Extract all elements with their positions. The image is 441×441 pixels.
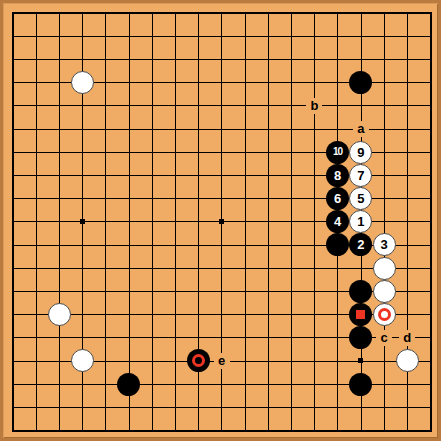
intersection <box>117 117 140 140</box>
intersection <box>1 25 24 48</box>
intersection <box>71 303 94 326</box>
intersection <box>25 233 48 256</box>
intersection <box>187 164 210 187</box>
point-label-c: c <box>376 330 392 346</box>
intersection <box>48 117 71 140</box>
intersection <box>164 256 187 279</box>
white-stone-move-5: 5 <box>349 187 372 210</box>
intersection <box>233 71 256 94</box>
intersection <box>349 71 372 94</box>
intersection <box>210 326 233 349</box>
black-stone-move-8: 8 <box>326 164 349 187</box>
white-stone <box>373 280 396 303</box>
intersection <box>117 372 140 395</box>
intersection <box>25 117 48 140</box>
intersection <box>326 256 349 279</box>
intersection <box>94 187 117 210</box>
intersection <box>1 326 24 349</box>
black-stone-square-marked <box>349 303 372 326</box>
intersection <box>372 1 395 24</box>
intersection <box>25 256 48 279</box>
black-stone-move-2: 2 <box>349 233 372 256</box>
intersection <box>419 326 441 349</box>
intersection <box>117 94 140 117</box>
intersection <box>233 164 256 187</box>
intersection <box>326 326 349 349</box>
intersection <box>164 187 187 210</box>
intersection <box>71 25 94 48</box>
intersection <box>187 210 210 233</box>
intersection <box>419 164 441 187</box>
intersection <box>117 326 140 349</box>
intersection <box>1 419 24 441</box>
intersection <box>210 164 233 187</box>
intersection <box>396 48 419 71</box>
intersection <box>117 164 140 187</box>
intersection <box>210 117 233 140</box>
intersection: 5 <box>349 187 372 210</box>
intersection <box>71 117 94 140</box>
intersection <box>48 210 71 233</box>
intersection <box>303 372 326 395</box>
intersection <box>396 372 419 395</box>
intersection <box>256 303 279 326</box>
intersection <box>94 71 117 94</box>
intersection <box>303 326 326 349</box>
intersection <box>164 117 187 140</box>
intersection <box>396 280 419 303</box>
intersection <box>1 303 24 326</box>
intersection <box>372 372 395 395</box>
intersection <box>164 280 187 303</box>
intersection <box>256 233 279 256</box>
white-stone <box>71 349 94 372</box>
intersection <box>210 233 233 256</box>
intersection <box>117 71 140 94</box>
intersection <box>1 94 24 117</box>
intersection <box>94 256 117 279</box>
intersection <box>233 25 256 48</box>
intersection <box>372 25 395 48</box>
intersection <box>280 1 303 24</box>
intersection: 4 <box>326 210 349 233</box>
intersection: 7 <box>349 164 372 187</box>
intersection <box>326 372 349 395</box>
intersection <box>94 349 117 372</box>
intersection <box>280 233 303 256</box>
intersection <box>187 233 210 256</box>
intersection <box>141 187 164 210</box>
intersection <box>164 48 187 71</box>
intersection <box>48 1 71 24</box>
white-stone <box>373 257 396 280</box>
intersection <box>280 256 303 279</box>
intersection <box>94 280 117 303</box>
intersection <box>396 164 419 187</box>
intersection <box>303 256 326 279</box>
intersection <box>326 303 349 326</box>
intersection <box>164 233 187 256</box>
intersection <box>349 419 372 441</box>
intersection <box>303 419 326 441</box>
intersection <box>94 25 117 48</box>
intersection <box>256 372 279 395</box>
intersection <box>419 280 441 303</box>
intersection <box>349 303 372 326</box>
intersection <box>164 71 187 94</box>
intersection <box>1 349 24 372</box>
intersection <box>419 419 441 441</box>
intersection <box>94 210 117 233</box>
intersection <box>280 25 303 48</box>
black-stone-move-6: 6 <box>326 187 349 210</box>
intersection <box>71 187 94 210</box>
intersection <box>303 164 326 187</box>
point-label-b: b <box>306 98 322 114</box>
intersection <box>141 117 164 140</box>
intersection <box>326 349 349 372</box>
intersection <box>48 71 71 94</box>
intersection <box>48 419 71 441</box>
intersection <box>233 256 256 279</box>
intersection <box>25 71 48 94</box>
intersection <box>210 187 233 210</box>
intersection <box>419 233 441 256</box>
intersection <box>349 25 372 48</box>
intersection <box>233 48 256 71</box>
intersection <box>303 117 326 140</box>
intersection <box>326 396 349 419</box>
intersection <box>25 349 48 372</box>
white-stone-move-7: 7 <box>349 164 372 187</box>
intersection <box>349 256 372 279</box>
intersection <box>256 326 279 349</box>
intersection <box>210 280 233 303</box>
intersection: 3 <box>372 233 395 256</box>
intersection <box>1 233 24 256</box>
intersection <box>117 233 140 256</box>
intersection <box>396 233 419 256</box>
intersection <box>117 141 140 164</box>
intersection <box>396 94 419 117</box>
intersection <box>117 256 140 279</box>
intersection <box>48 280 71 303</box>
white-stone <box>396 349 419 372</box>
intersection <box>71 210 94 233</box>
intersection <box>141 280 164 303</box>
intersection <box>396 1 419 24</box>
intersection <box>141 164 164 187</box>
intersection <box>187 94 210 117</box>
intersection <box>349 396 372 419</box>
intersection <box>25 303 48 326</box>
white-stone <box>71 71 94 94</box>
intersection <box>396 187 419 210</box>
intersection <box>303 141 326 164</box>
intersection <box>117 1 140 24</box>
intersection <box>48 94 71 117</box>
intersection <box>372 94 395 117</box>
intersection <box>1 187 24 210</box>
intersection <box>1 396 24 419</box>
intersection <box>94 326 117 349</box>
star-point <box>358 358 363 363</box>
intersection <box>256 210 279 233</box>
intersection <box>48 256 71 279</box>
intersection <box>1 71 24 94</box>
intersection <box>280 141 303 164</box>
intersection <box>187 117 210 140</box>
intersection <box>25 210 48 233</box>
intersection <box>349 372 372 395</box>
intersection <box>372 141 395 164</box>
board-cells: ba10987654123cde <box>1 1 441 441</box>
intersection <box>141 419 164 441</box>
intersection <box>349 94 372 117</box>
intersection <box>48 326 71 349</box>
intersection <box>1 1 24 24</box>
intersection <box>210 303 233 326</box>
intersection <box>280 210 303 233</box>
intersection: 2 <box>349 233 372 256</box>
intersection <box>187 256 210 279</box>
intersection <box>164 349 187 372</box>
intersection <box>117 187 140 210</box>
intersection <box>419 117 441 140</box>
intersection <box>187 326 210 349</box>
circle-mark-icon <box>378 308 391 321</box>
intersection <box>326 1 349 24</box>
intersection <box>233 280 256 303</box>
intersection <box>419 349 441 372</box>
intersection <box>71 48 94 71</box>
intersection <box>141 25 164 48</box>
intersection <box>25 94 48 117</box>
intersection <box>256 117 279 140</box>
intersection <box>419 1 441 24</box>
intersection <box>256 164 279 187</box>
point-label-a: a <box>353 121 369 137</box>
intersection <box>419 303 441 326</box>
intersection: c <box>372 326 395 349</box>
intersection <box>164 396 187 419</box>
intersection: 10 <box>326 141 349 164</box>
intersection <box>164 164 187 187</box>
intersection <box>25 419 48 441</box>
intersection <box>396 419 419 441</box>
intersection <box>117 303 140 326</box>
intersection <box>256 25 279 48</box>
intersection <box>1 372 24 395</box>
intersection <box>233 372 256 395</box>
intersection: 1 <box>349 210 372 233</box>
intersection <box>349 48 372 71</box>
intersection <box>71 349 94 372</box>
intersection <box>256 256 279 279</box>
intersection <box>164 210 187 233</box>
square-mark-icon <box>356 310 365 319</box>
intersection <box>187 1 210 24</box>
intersection <box>71 396 94 419</box>
intersection <box>94 419 117 441</box>
intersection <box>233 233 256 256</box>
intersection <box>210 372 233 395</box>
intersection <box>419 256 441 279</box>
intersection <box>210 25 233 48</box>
intersection <box>303 210 326 233</box>
intersection <box>187 187 210 210</box>
intersection <box>25 25 48 48</box>
intersection <box>164 326 187 349</box>
intersection <box>256 94 279 117</box>
intersection <box>187 280 210 303</box>
intersection <box>117 349 140 372</box>
intersection <box>71 419 94 441</box>
intersection <box>256 48 279 71</box>
intersection <box>1 117 24 140</box>
intersection <box>280 396 303 419</box>
intersection <box>210 94 233 117</box>
intersection <box>233 94 256 117</box>
intersection <box>372 117 395 140</box>
star-point <box>219 219 224 224</box>
intersection <box>1 48 24 71</box>
intersection <box>396 303 419 326</box>
intersection <box>419 141 441 164</box>
intersection <box>48 141 71 164</box>
intersection <box>372 303 395 326</box>
black-stone <box>326 233 349 256</box>
intersection <box>396 71 419 94</box>
intersection <box>71 256 94 279</box>
intersection <box>25 187 48 210</box>
intersection <box>210 141 233 164</box>
intersection <box>187 419 210 441</box>
intersection <box>280 71 303 94</box>
intersection <box>71 233 94 256</box>
intersection <box>280 117 303 140</box>
intersection <box>164 303 187 326</box>
intersection <box>256 419 279 441</box>
intersection <box>210 419 233 441</box>
intersection <box>1 210 24 233</box>
intersection <box>48 349 71 372</box>
intersection <box>1 164 24 187</box>
intersection <box>164 141 187 164</box>
intersection: e <box>210 349 233 372</box>
intersection <box>303 1 326 24</box>
intersection <box>187 25 210 48</box>
intersection <box>210 396 233 419</box>
intersection <box>94 141 117 164</box>
black-stone <box>349 280 372 303</box>
intersection <box>141 303 164 326</box>
intersection <box>303 233 326 256</box>
intersection <box>25 372 48 395</box>
intersection <box>326 48 349 71</box>
intersection <box>94 233 117 256</box>
intersection <box>233 349 256 372</box>
intersection <box>396 25 419 48</box>
intersection <box>187 141 210 164</box>
intersection <box>303 48 326 71</box>
intersection <box>187 372 210 395</box>
intersection <box>303 280 326 303</box>
intersection <box>372 396 395 419</box>
intersection <box>233 326 256 349</box>
intersection <box>280 164 303 187</box>
intersection <box>210 1 233 24</box>
intersection <box>117 48 140 71</box>
intersection <box>141 233 164 256</box>
intersection <box>48 164 71 187</box>
intersection <box>372 71 395 94</box>
intersection <box>117 210 140 233</box>
intersection <box>372 349 395 372</box>
intersection <box>256 396 279 419</box>
intersection <box>48 303 71 326</box>
intersection <box>117 419 140 441</box>
intersection <box>280 372 303 395</box>
intersection <box>419 396 441 419</box>
intersection <box>256 141 279 164</box>
intersection <box>280 419 303 441</box>
intersection <box>117 396 140 419</box>
intersection <box>1 141 24 164</box>
intersection <box>256 1 279 24</box>
intersection <box>71 372 94 395</box>
intersection <box>141 94 164 117</box>
intersection <box>48 187 71 210</box>
intersection <box>141 256 164 279</box>
intersection: b <box>303 94 326 117</box>
star-point <box>80 219 85 224</box>
intersection <box>48 233 71 256</box>
intersection <box>233 141 256 164</box>
intersection <box>141 372 164 395</box>
intersection <box>210 71 233 94</box>
intersection <box>419 372 441 395</box>
intersection <box>326 25 349 48</box>
intersection <box>210 48 233 71</box>
intersection <box>396 396 419 419</box>
intersection <box>256 349 279 372</box>
intersection <box>233 1 256 24</box>
intersection <box>25 141 48 164</box>
intersection <box>141 396 164 419</box>
white-stone-move-9: 9 <box>349 141 372 164</box>
intersection <box>117 280 140 303</box>
intersection <box>94 117 117 140</box>
intersection: 9 <box>349 141 372 164</box>
point-label-d: d <box>399 330 415 346</box>
intersection <box>419 25 441 48</box>
intersection <box>396 141 419 164</box>
intersection <box>280 187 303 210</box>
intersection <box>419 48 441 71</box>
intersection <box>141 48 164 71</box>
intersection <box>164 419 187 441</box>
intersection: 8 <box>326 164 349 187</box>
intersection <box>303 71 326 94</box>
intersection <box>396 349 419 372</box>
intersection <box>71 71 94 94</box>
black-stone-move-4: 4 <box>326 210 349 233</box>
intersection <box>349 326 372 349</box>
intersection <box>187 48 210 71</box>
intersection <box>280 349 303 372</box>
intersection <box>256 71 279 94</box>
